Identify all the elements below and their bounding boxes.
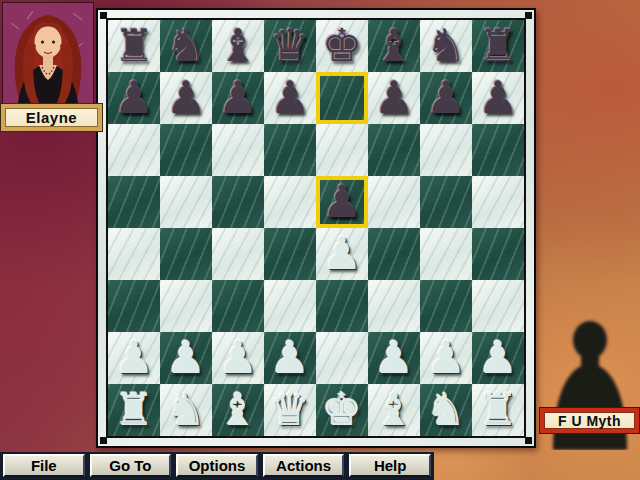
- white-knight[interactable]: ♞: [166, 384, 206, 436]
- woman-avatar-icon: [3, 3, 93, 103]
- square-g2[interactable]: ♟: [420, 332, 472, 384]
- square-f6[interactable]: [368, 124, 420, 176]
- square-g4[interactable]: [420, 228, 472, 280]
- square-g8[interactable]: ♞: [420, 20, 472, 72]
- goto-menu-button[interactable]: Go To: [90, 454, 172, 477]
- square-e3[interactable]: [316, 280, 368, 332]
- square-a4[interactable]: [108, 228, 160, 280]
- frame-corner-mark: [100, 437, 107, 444]
- square-g7[interactable]: ♟: [420, 72, 472, 124]
- black-pawn[interactable]: ♟: [114, 72, 154, 124]
- square-f4[interactable]: [368, 228, 420, 280]
- square-g1[interactable]: ♞: [420, 384, 472, 436]
- square-f2[interactable]: ♟: [368, 332, 420, 384]
- square-b1[interactable]: ♞: [160, 384, 212, 436]
- square-h8[interactable]: ♜: [472, 20, 524, 72]
- white-bishop[interactable]: ♝: [218, 384, 258, 436]
- black-knight[interactable]: ♞: [426, 20, 466, 72]
- square-h2[interactable]: ♟: [472, 332, 524, 384]
- file-menu-button[interactable]: File: [3, 454, 85, 477]
- white-rook[interactable]: ♜: [478, 384, 518, 436]
- black-knight[interactable]: ♞: [166, 20, 206, 72]
- square-c7[interactable]: ♟: [212, 72, 264, 124]
- square-h6[interactable]: [472, 124, 524, 176]
- square-a6[interactable]: [108, 124, 160, 176]
- white-knight[interactable]: ♞: [426, 384, 466, 436]
- black-king[interactable]: ♚: [322, 20, 362, 72]
- square-f7[interactable]: ♟: [368, 72, 420, 124]
- white-rook[interactable]: ♜: [114, 384, 154, 436]
- menu-bar: File Go To Options Actions Help: [0, 452, 434, 480]
- chess-board: ♜♞♝♛♚♝♞♜♟♟♟♟♟♟♟♟♟♟♟♟♟♟♟♟♜♞♝♛♚♝♞♜: [106, 18, 526, 438]
- square-b3[interactable]: [160, 280, 212, 332]
- actions-menu-button[interactable]: Actions: [263, 454, 345, 477]
- black-bishop[interactable]: ♝: [374, 20, 414, 72]
- frame-corner-mark: [100, 12, 107, 19]
- square-b4[interactable]: [160, 228, 212, 280]
- square-a2[interactable]: ♟: [108, 332, 160, 384]
- chess-board-frame: ♜♞♝♛♚♝♞♜♟♟♟♟♟♟♟♟♟♟♟♟♟♟♟♟♜♞♝♛♚♝♞♜: [96, 8, 536, 448]
- square-c5[interactable]: [212, 176, 264, 228]
- white-king[interactable]: ♚: [322, 384, 362, 436]
- square-b6[interactable]: [160, 124, 212, 176]
- square-g5[interactable]: [420, 176, 472, 228]
- square-a1[interactable]: ♜: [108, 384, 160, 436]
- square-a5[interactable]: [108, 176, 160, 228]
- top-player-portrait: [2, 2, 94, 104]
- square-e8[interactable]: ♚: [316, 20, 368, 72]
- square-c8[interactable]: ♝: [212, 20, 264, 72]
- white-pawn[interactable]: ♟: [322, 228, 362, 280]
- square-f1[interactable]: ♝: [368, 384, 420, 436]
- square-d6[interactable]: [264, 124, 316, 176]
- square-h7[interactable]: ♟: [472, 72, 524, 124]
- square-h1[interactable]: ♜: [472, 384, 524, 436]
- square-d3[interactable]: [264, 280, 316, 332]
- white-pawn[interactable]: ♟: [270, 332, 310, 384]
- top-player-nameplate: Elayne: [1, 104, 102, 131]
- square-h5[interactable]: [472, 176, 524, 228]
- square-a3[interactable]: [108, 280, 160, 332]
- black-bishop[interactable]: ♝: [218, 20, 258, 72]
- square-a7[interactable]: ♟: [108, 72, 160, 124]
- square-d5[interactable]: [264, 176, 316, 228]
- white-pawn[interactable]: ♟: [114, 332, 154, 384]
- black-queen[interactable]: ♛: [270, 20, 310, 72]
- square-b5[interactable]: [160, 176, 212, 228]
- black-rook[interactable]: ♜: [478, 20, 518, 72]
- black-pawn[interactable]: ♟: [270, 72, 310, 124]
- square-f3[interactable]: [368, 280, 420, 332]
- frame-corner-mark: [525, 437, 532, 444]
- square-f8[interactable]: ♝: [368, 20, 420, 72]
- square-h4[interactable]: [472, 228, 524, 280]
- black-pawn[interactable]: ♟: [426, 72, 466, 124]
- white-pawn[interactable]: ♟: [166, 332, 206, 384]
- square-e1[interactable]: ♚: [316, 384, 368, 436]
- square-f5[interactable]: [368, 176, 420, 228]
- top-player-name: Elayne: [26, 109, 77, 126]
- black-pawn[interactable]: ♟: [218, 72, 258, 124]
- square-b8[interactable]: ♞: [160, 20, 212, 72]
- square-b7[interactable]: ♟: [160, 72, 212, 124]
- white-pawn[interactable]: ♟: [426, 332, 466, 384]
- black-pawn[interactable]: ♟: [166, 72, 206, 124]
- square-e4[interactable]: ♟: [316, 228, 368, 280]
- square-b2[interactable]: ♟: [160, 332, 212, 384]
- square-d4[interactable]: [264, 228, 316, 280]
- options-menu-button[interactable]: Options: [176, 454, 258, 477]
- square-a8[interactable]: ♜: [108, 20, 160, 72]
- square-c1[interactable]: ♝: [212, 384, 264, 436]
- white-bishop[interactable]: ♝: [374, 384, 414, 436]
- square-g6[interactable]: [420, 124, 472, 176]
- square-g3[interactable]: [420, 280, 472, 332]
- square-e2[interactable]: [316, 332, 368, 384]
- square-d2[interactable]: ♟: [264, 332, 316, 384]
- white-pawn[interactable]: ♟: [218, 332, 258, 384]
- bottom-player-name: F U Myth: [558, 413, 621, 429]
- square-c6[interactable]: [212, 124, 264, 176]
- frame-corner-mark: [525, 12, 532, 19]
- black-pawn[interactable]: ♟: [374, 72, 414, 124]
- square-h3[interactable]: [472, 280, 524, 332]
- square-c3[interactable]: [212, 280, 264, 332]
- white-pawn[interactable]: ♟: [478, 332, 518, 384]
- white-pawn[interactable]: ♟: [374, 332, 414, 384]
- square-c4[interactable]: [212, 228, 264, 280]
- square-d7[interactable]: ♟: [264, 72, 316, 124]
- square-c2[interactable]: ♟: [212, 332, 264, 384]
- bottom-player-nameplate: F U Myth: [540, 408, 639, 433]
- square-d8[interactable]: ♛: [264, 20, 316, 72]
- black-rook[interactable]: ♜: [114, 20, 154, 72]
- square-e6[interactable]: [316, 124, 368, 176]
- square-e7[interactable]: [316, 72, 368, 124]
- help-menu-button[interactable]: Help: [349, 454, 431, 477]
- square-d1[interactable]: ♛: [264, 384, 316, 436]
- black-pawn[interactable]: ♟: [478, 72, 518, 124]
- game-screen: { "game": "chess", "position": { "fen": …: [0, 0, 640, 480]
- black-pawn[interactable]: ♟: [322, 176, 362, 228]
- white-queen[interactable]: ♛: [270, 384, 310, 436]
- square-e5[interactable]: ♟: [316, 176, 368, 228]
